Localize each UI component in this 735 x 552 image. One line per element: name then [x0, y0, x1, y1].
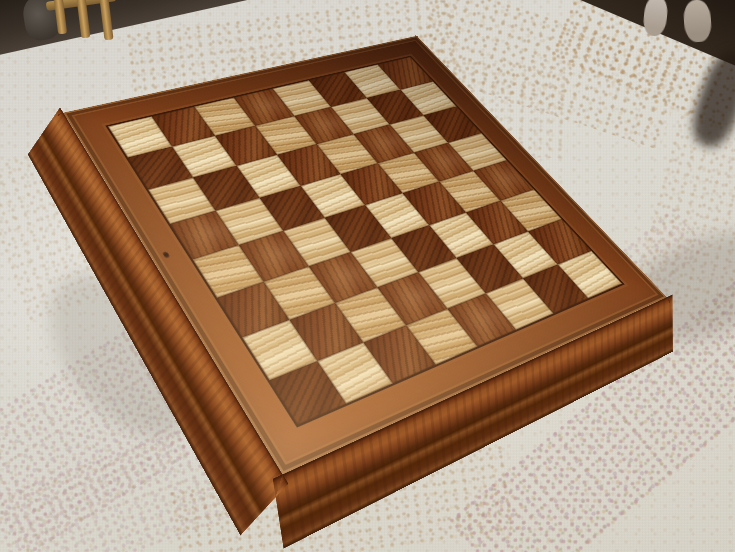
- square[interactable]: [194, 97, 255, 135]
- scene: [0, 0, 735, 552]
- wood-knot: [162, 251, 171, 259]
